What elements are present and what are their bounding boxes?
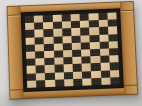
board-square[interactable] bbox=[45, 80, 55, 88]
board-square[interactable] bbox=[62, 36, 71, 44]
right-rail-bottom-seam bbox=[124, 85, 137, 87]
board-square[interactable] bbox=[91, 70, 101, 78]
board-square[interactable] bbox=[43, 22, 52, 30]
board-square[interactable] bbox=[109, 55, 119, 63]
board-square[interactable] bbox=[34, 30, 43, 38]
board-square[interactable] bbox=[89, 13, 98, 20]
board-square[interactable] bbox=[52, 15, 61, 22]
board-square[interactable] bbox=[71, 28, 80, 36]
checkers-board bbox=[7, 1, 139, 100]
board-square[interactable] bbox=[27, 80, 36, 88]
board-square[interactable] bbox=[72, 57, 82, 65]
board-square[interactable] bbox=[55, 79, 65, 87]
right-rail-top-highlight bbox=[120, 11, 133, 13]
board-square[interactable] bbox=[80, 21, 89, 28]
board-square[interactable] bbox=[26, 37, 35, 45]
board-square[interactable] bbox=[99, 34, 109, 42]
photo-background bbox=[0, 0, 142, 106]
left-rail-bottom-seam bbox=[10, 89, 23, 91]
board-square[interactable] bbox=[54, 72, 64, 80]
board-square[interactable] bbox=[100, 63, 110, 71]
board-square[interactable] bbox=[64, 79, 74, 87]
board-square[interactable] bbox=[82, 78, 92, 86]
black-border-panel bbox=[21, 8, 124, 92]
board-square[interactable] bbox=[92, 78, 102, 86]
board-square[interactable] bbox=[53, 43, 62, 51]
board-square[interactable] bbox=[63, 64, 72, 72]
board-square[interactable] bbox=[44, 51, 53, 59]
board-square[interactable] bbox=[35, 58, 44, 66]
left-rail-top-highlight bbox=[8, 15, 21, 17]
board-square[interactable] bbox=[101, 77, 111, 85]
board-square[interactable] bbox=[90, 42, 100, 50]
playing-field bbox=[25, 12, 120, 87]
board-square[interactable] bbox=[36, 80, 45, 88]
board-square[interactable] bbox=[27, 66, 36, 74]
board-square[interactable] bbox=[81, 49, 91, 57]
board-square[interactable] bbox=[73, 78, 83, 86]
board-square[interactable] bbox=[108, 27, 117, 35]
board-square[interactable] bbox=[110, 77, 120, 85]
